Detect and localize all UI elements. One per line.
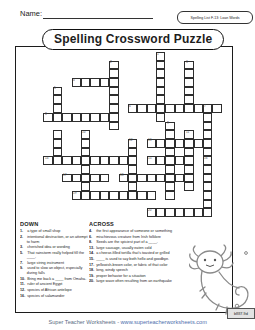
grid-void xyxy=(72,87,81,96)
grid-void xyxy=(90,200,99,209)
grid-void xyxy=(62,78,71,87)
grid-void xyxy=(109,165,118,174)
grid-cell[interactable] xyxy=(90,156,99,165)
grid-cell[interactable] xyxy=(184,208,193,217)
grid-void xyxy=(147,52,156,61)
grid-void xyxy=(109,208,118,217)
grid-cell[interactable] xyxy=(90,191,99,200)
grid-cell[interactable] xyxy=(156,69,165,78)
grid-cell[interactable] xyxy=(128,191,137,200)
grid-void xyxy=(128,78,137,87)
grid-void xyxy=(165,61,174,70)
grid-void xyxy=(165,69,174,78)
grid-cell[interactable] xyxy=(81,113,90,122)
grid-void xyxy=(119,148,128,157)
grid-void xyxy=(72,52,81,61)
grid-void xyxy=(137,148,146,157)
grid-void xyxy=(203,61,212,70)
grid-cell[interactable] xyxy=(212,104,221,113)
clue-number: 7 xyxy=(204,105,206,108)
grid-cell[interactable]: 5 xyxy=(53,87,62,96)
grid-void xyxy=(119,104,128,113)
grid-cell[interactable] xyxy=(175,139,184,148)
grid-cell[interactable]: 6 xyxy=(128,104,137,113)
clue-number: 20 xyxy=(148,209,151,212)
grid-cell[interactable] xyxy=(165,156,174,165)
grid-cell[interactable] xyxy=(165,174,174,183)
grid-cell[interactable]: 9 xyxy=(165,122,174,131)
grid-void xyxy=(62,200,71,209)
grid-void xyxy=(165,87,174,96)
grid-cell[interactable] xyxy=(109,69,118,78)
grid-void xyxy=(194,130,203,139)
grid-cell[interactable] xyxy=(81,174,90,183)
grid-void xyxy=(72,104,81,113)
grid-void xyxy=(184,122,193,131)
grid-cell[interactable]: 3 xyxy=(184,61,193,70)
grid-void xyxy=(194,95,203,104)
clue-down-7: 7. large string instrument xyxy=(20,261,89,266)
grid-void xyxy=(194,156,203,165)
grid-void xyxy=(147,69,156,78)
grid-cell[interactable] xyxy=(119,191,128,200)
grid-void xyxy=(203,95,212,104)
grid-cell[interactable] xyxy=(203,182,212,191)
grid-void xyxy=(109,130,118,139)
grid-void xyxy=(34,104,43,113)
grid-void xyxy=(34,87,43,96)
grid-void xyxy=(128,95,137,104)
grid-cell[interactable] xyxy=(184,174,193,183)
grid-void xyxy=(53,208,62,217)
grid-void xyxy=(100,69,109,78)
grid-cell[interactable] xyxy=(62,113,71,122)
grid-void xyxy=(137,122,146,131)
clue-down-1: 1. a type of small shop xyxy=(20,229,89,234)
grid-void xyxy=(72,122,81,131)
grid-void xyxy=(128,61,137,70)
grid-void xyxy=(34,139,43,148)
grid-void xyxy=(212,139,221,148)
grid-cell[interactable] xyxy=(100,191,109,200)
grid-void xyxy=(43,78,52,87)
grid-void xyxy=(100,200,109,209)
grid-void xyxy=(62,148,71,157)
grid-void xyxy=(43,139,52,148)
grid-void xyxy=(212,130,221,139)
grid-void xyxy=(137,87,146,96)
grid-void xyxy=(156,182,165,191)
grid-cell[interactable]: 14 xyxy=(43,156,52,165)
grid-void xyxy=(137,156,146,165)
grid-cell[interactable] xyxy=(156,174,165,183)
clue-down-16: 16. species of salamander xyxy=(20,293,89,298)
grid-void xyxy=(156,165,165,174)
grid-cell[interactable] xyxy=(72,113,81,122)
grid-cell[interactable] xyxy=(156,95,165,104)
grid-void xyxy=(34,191,43,200)
grid-cell[interactable] xyxy=(184,87,193,96)
grid-void xyxy=(194,78,203,87)
grid-void xyxy=(137,52,146,61)
grid-cell[interactable] xyxy=(165,165,174,174)
grid-cell[interactable]: 17 xyxy=(62,174,71,183)
grid-cell[interactable] xyxy=(53,95,62,104)
grid-void xyxy=(72,139,81,148)
grid-void xyxy=(81,122,90,131)
grid-cell[interactable]: 10 xyxy=(81,130,90,139)
grid-void xyxy=(212,61,221,70)
grid-cell[interactable] xyxy=(156,113,165,122)
grid-cell[interactable] xyxy=(109,122,118,131)
grid-void xyxy=(43,122,52,131)
grid-void xyxy=(34,182,43,191)
clue-number: 11 xyxy=(186,131,189,134)
grid-cell[interactable] xyxy=(147,191,156,200)
grid-cell[interactable]: 1 xyxy=(156,52,165,61)
grid-void xyxy=(81,61,90,70)
grid-cell[interactable] xyxy=(165,182,174,191)
grid-void xyxy=(43,95,52,104)
grid-void xyxy=(90,130,99,139)
grid-cell[interactable] xyxy=(156,156,165,165)
grid-cell[interactable]: 12 xyxy=(128,139,137,148)
grid-void xyxy=(72,130,81,139)
grid-void xyxy=(147,95,156,104)
grid-void xyxy=(119,130,128,139)
grid-cell[interactable] xyxy=(147,104,156,113)
grid-void xyxy=(72,148,81,157)
grid-cell[interactable] xyxy=(175,156,184,165)
grid-void xyxy=(128,200,137,209)
grid-cell[interactable] xyxy=(194,104,203,113)
clue-number: 16 xyxy=(204,157,207,160)
grid-cell[interactable] xyxy=(109,104,118,113)
grid-void xyxy=(62,104,71,113)
grid-cell[interactable] xyxy=(203,191,212,200)
grid-cell[interactable] xyxy=(175,174,184,183)
grid-cell[interactable] xyxy=(165,191,174,200)
clue-down-10: 10. Bring me back a ____ from Omaha. xyxy=(20,276,89,281)
grid-void xyxy=(34,78,43,87)
grid-void xyxy=(119,87,128,96)
grid-cell[interactable] xyxy=(175,208,184,217)
grid-cell[interactable] xyxy=(53,113,62,122)
grid-cell[interactable] xyxy=(165,104,174,113)
grid-cell[interactable] xyxy=(53,104,62,113)
clue-number: 2 xyxy=(110,61,112,64)
grid-void xyxy=(212,52,221,61)
grid-cell[interactable] xyxy=(184,182,193,191)
grid-cell[interactable] xyxy=(62,156,71,165)
worksheet-code-box: b887.9d xyxy=(227,308,255,319)
grid-void xyxy=(43,191,52,200)
grid-cell[interactable] xyxy=(156,87,165,96)
grid-void xyxy=(175,165,184,174)
grid-cell[interactable]: 18 xyxy=(119,174,128,183)
grid-void xyxy=(194,61,203,70)
grid-void xyxy=(90,208,99,217)
grid-cell[interactable] xyxy=(90,174,99,183)
grid-cell[interactable] xyxy=(119,156,128,165)
grid-void xyxy=(72,95,81,104)
grid-void xyxy=(194,69,203,78)
grid-cell[interactable] xyxy=(156,139,165,148)
grid-void xyxy=(62,208,71,217)
grid-cell[interactable] xyxy=(184,69,193,78)
grid-cell[interactable]: 19 xyxy=(72,191,81,200)
grid-void xyxy=(90,52,99,61)
grid-void xyxy=(175,69,184,78)
grid-void xyxy=(175,182,184,191)
grid-cell[interactable] xyxy=(128,165,137,174)
grid-cell[interactable] xyxy=(156,61,165,70)
grid-cell[interactable] xyxy=(147,174,156,183)
grid-void xyxy=(175,130,184,139)
grid-void xyxy=(137,208,146,217)
grid-cell[interactable] xyxy=(72,174,81,183)
grid-cell[interactable] xyxy=(72,156,81,165)
grid-void xyxy=(90,104,99,113)
grid-cell[interactable] xyxy=(109,113,118,122)
grid-void xyxy=(119,95,128,104)
grid-void xyxy=(34,148,43,157)
clue-number: 5 xyxy=(54,87,56,90)
grid-void xyxy=(62,122,71,131)
grid-void xyxy=(109,200,118,209)
grid-void xyxy=(147,122,156,131)
grid-void xyxy=(43,69,52,78)
grid-cell[interactable] xyxy=(156,78,165,87)
spelling-list-badge-text: Spelling List F-13: Loan Words xyxy=(178,12,252,23)
grid-void xyxy=(137,139,146,148)
grid-cell[interactable]: 20 xyxy=(147,208,156,217)
grid-cell[interactable] xyxy=(203,130,212,139)
grid-cell[interactable] xyxy=(90,78,99,87)
grid-cell[interactable] xyxy=(194,139,203,148)
grid-void xyxy=(109,148,118,157)
grid-cell[interactable] xyxy=(128,148,137,157)
grid-void xyxy=(100,139,109,148)
grid-void xyxy=(72,200,81,209)
grid-void xyxy=(43,174,52,183)
grid-void xyxy=(109,139,118,148)
grid-cell[interactable] xyxy=(109,87,118,96)
clue-number: 15 xyxy=(148,157,151,160)
footer-url[interactable]: www.superteacherworksheets.com xyxy=(121,319,207,325)
grid-cell[interactable] xyxy=(81,139,90,148)
grid-cell[interactable] xyxy=(203,113,212,122)
grid-void xyxy=(100,182,109,191)
grid-void xyxy=(53,182,62,191)
grid-cell[interactable]: 8 xyxy=(43,113,52,122)
grid-void xyxy=(62,69,71,78)
grid-void xyxy=(90,182,99,191)
grid-cell[interactable] xyxy=(100,174,109,183)
grid-void xyxy=(212,174,221,183)
grid-void xyxy=(175,95,184,104)
grid-cell[interactable] xyxy=(137,104,146,113)
clue-number: 9 xyxy=(167,122,169,125)
grid-void xyxy=(100,148,109,157)
grid-cell[interactable] xyxy=(81,156,90,165)
grid-void xyxy=(53,174,62,183)
grid-void xyxy=(194,191,203,200)
grid-void xyxy=(194,52,203,61)
grid-cell[interactable]: 4 xyxy=(72,78,81,87)
grid-void xyxy=(34,69,43,78)
grid-void xyxy=(81,104,90,113)
grid-cell[interactable] xyxy=(109,95,118,104)
grid-void xyxy=(90,148,99,157)
clue-down-12: 12. species of African antelope xyxy=(20,288,89,293)
grid-void xyxy=(137,95,146,104)
name-label: Name: xyxy=(20,9,42,18)
grid-cell[interactable] xyxy=(137,174,146,183)
grid-cell[interactable]: 2 xyxy=(109,61,118,70)
grid-cell[interactable]: 15 xyxy=(147,156,156,165)
grid-void xyxy=(62,165,71,174)
grid-void xyxy=(100,165,109,174)
grid-cell[interactable] xyxy=(184,139,193,148)
across-header: ACROSS xyxy=(89,221,208,227)
grid-cell[interactable] xyxy=(165,208,174,217)
grid-void xyxy=(62,139,71,148)
grid-void xyxy=(109,182,118,191)
grid-cell[interactable] xyxy=(203,122,212,131)
grid-void xyxy=(43,130,52,139)
grid-void xyxy=(90,69,99,78)
grid-void xyxy=(128,122,137,131)
grid-cell[interactable] xyxy=(109,78,118,87)
grid-void xyxy=(212,69,221,78)
grid-void xyxy=(212,156,221,165)
grid-void xyxy=(156,130,165,139)
grid-cell[interactable] xyxy=(81,78,90,87)
grid-cell[interactable] xyxy=(109,156,118,165)
grid-void xyxy=(34,200,43,209)
grid-void xyxy=(156,148,165,157)
grid-cell[interactable] xyxy=(165,130,174,139)
grid-cell[interactable] xyxy=(194,208,203,217)
grid-cell[interactable] xyxy=(165,148,174,157)
grid-cell[interactable] xyxy=(203,208,212,217)
grid-cell[interactable] xyxy=(90,113,99,122)
grid-cell[interactable] xyxy=(184,165,193,174)
clue-number: 17 xyxy=(63,174,66,177)
grid-void xyxy=(72,182,81,191)
grid-void xyxy=(212,200,221,209)
grid-cell[interactable]: 11 xyxy=(184,130,193,139)
grid-void xyxy=(43,208,52,217)
grid-void xyxy=(34,165,43,174)
grid-void xyxy=(53,69,62,78)
grid-cell[interactable]: 13 xyxy=(147,139,156,148)
grid-cell[interactable] xyxy=(203,139,212,148)
grid-cell[interactable] xyxy=(156,104,165,113)
grid-cell[interactable] xyxy=(184,156,193,165)
grid-cell[interactable] xyxy=(128,174,137,183)
grid-void xyxy=(203,52,212,61)
grid-cell[interactable] xyxy=(81,191,90,200)
grid-void xyxy=(128,87,137,96)
grid-cell[interactable]: 7 xyxy=(203,104,212,113)
grid-cell[interactable] xyxy=(81,148,90,157)
grid-cell[interactable] xyxy=(165,139,174,148)
grid-void xyxy=(109,174,118,183)
grid-void xyxy=(156,122,165,131)
grid-void xyxy=(175,200,184,209)
grid-void xyxy=(119,200,128,209)
grid-void xyxy=(119,69,128,78)
grid-cell[interactable] xyxy=(81,165,90,174)
grid-cell[interactable] xyxy=(184,78,193,87)
grid-cell[interactable] xyxy=(175,104,184,113)
grid-cell[interactable] xyxy=(128,156,137,165)
grid-void xyxy=(184,52,193,61)
grid-void xyxy=(81,69,90,78)
grid-void xyxy=(100,87,109,96)
grid-cell[interactable] xyxy=(184,95,193,104)
grid-cell[interactable] xyxy=(156,208,165,217)
grid-cell[interactable] xyxy=(100,156,109,165)
grid-cell[interactable] xyxy=(203,200,212,209)
grid-void xyxy=(119,78,128,87)
grid-cell[interactable] xyxy=(137,191,146,200)
grid-cell[interactable] xyxy=(128,182,137,191)
grid-void xyxy=(212,208,221,217)
footer-brand: Super Teacher Worksheets xyxy=(49,319,116,325)
grid-cell[interactable] xyxy=(53,130,62,139)
crossword-grid[interactable]: 1234567891011121314151617181920 xyxy=(34,52,222,217)
grid-void xyxy=(165,95,174,104)
grid-cell[interactable] xyxy=(184,148,193,157)
grid-void xyxy=(90,122,99,131)
clue-number: 14 xyxy=(45,157,48,160)
grid-void xyxy=(34,52,43,61)
grid-cell[interactable] xyxy=(184,104,193,113)
grid-cell[interactable] xyxy=(53,148,62,157)
grid-void xyxy=(53,191,62,200)
grid-void xyxy=(81,95,90,104)
grid-cell[interactable] xyxy=(81,182,90,191)
clue-number: 18 xyxy=(120,174,123,177)
grid-void xyxy=(147,165,156,174)
grid-void xyxy=(175,122,184,131)
grid-void xyxy=(90,87,99,96)
grid-cell[interactable] xyxy=(53,139,62,148)
grid-cell[interactable] xyxy=(100,78,109,87)
grid-cell[interactable] xyxy=(109,191,118,200)
grid-void xyxy=(175,87,184,96)
grid-void xyxy=(62,182,71,191)
grid-void xyxy=(62,191,71,200)
worksheet-page: Name: Spelling List F-13: Loan Words Spe… xyxy=(0,0,255,330)
grid-void xyxy=(119,61,128,70)
grid-cell[interactable] xyxy=(203,148,212,157)
grid-void xyxy=(119,208,128,217)
grid-cell[interactable]: 16 xyxy=(203,156,212,165)
grid-cell[interactable] xyxy=(53,156,62,165)
clue-number: 4 xyxy=(73,79,75,82)
grid-cell[interactable] xyxy=(203,165,212,174)
footer: Super Teacher Worksheets - www.superteac… xyxy=(0,313,233,330)
grid-void xyxy=(119,122,128,131)
grid-cell[interactable] xyxy=(203,174,212,183)
name-blank-line[interactable] xyxy=(43,18,153,19)
grid-cell[interactable] xyxy=(100,113,109,122)
grid-void xyxy=(72,165,81,174)
